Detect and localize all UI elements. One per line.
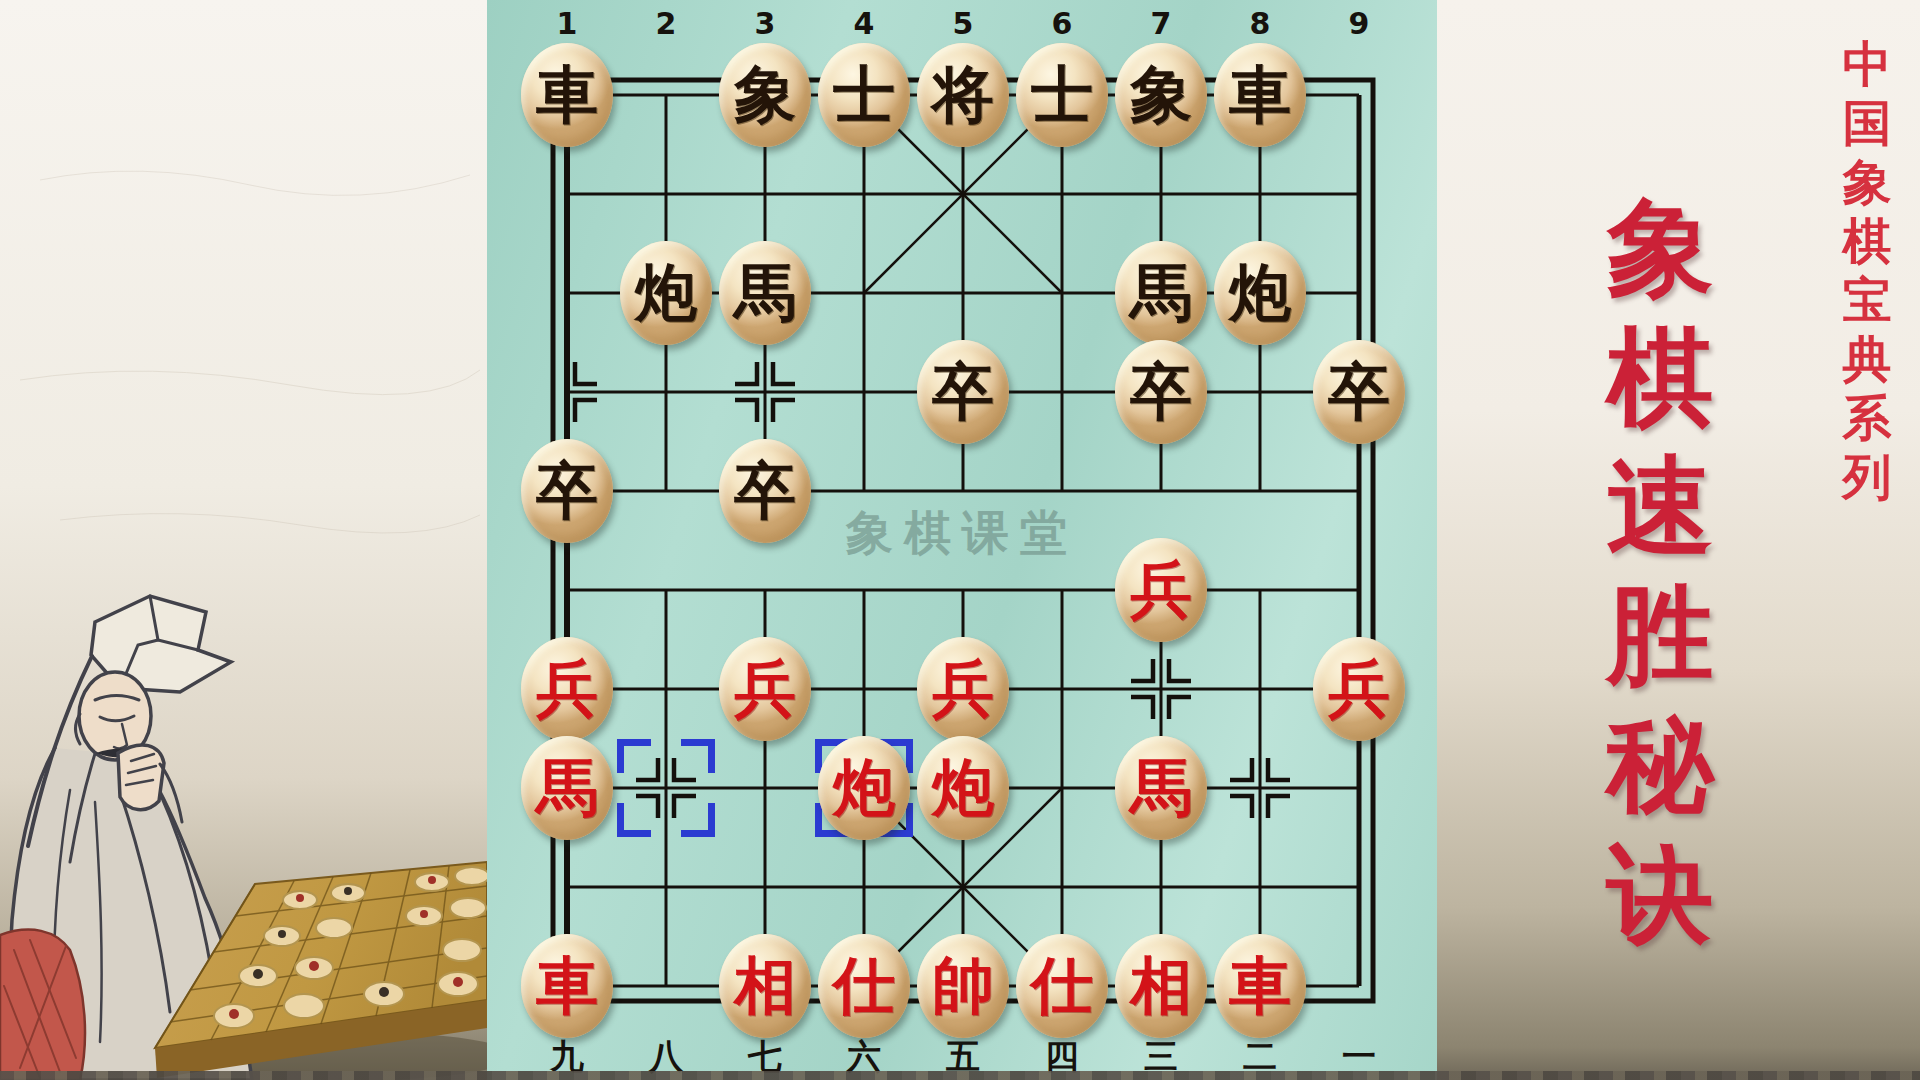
- piece-glyph: 馬: [734, 262, 796, 324]
- piece-black-卒-f1r5[interactable]: 卒: [521, 439, 613, 543]
- right-title-panel: 象棋速胜秘诀 中国象棋宝典系列: [1437, 0, 1920, 1080]
- series-title-char: 中: [1837, 35, 1897, 94]
- piece-glyph: 馬: [1130, 262, 1192, 324]
- piece-glyph: 兵: [536, 658, 598, 720]
- piece-glyph: 士: [1031, 64, 1093, 126]
- piece-red-相-f7r10[interactable]: 相: [1115, 934, 1207, 1038]
- series-title-char: 棋: [1837, 212, 1897, 271]
- piece-red-仕-f6r10[interactable]: 仕: [1016, 934, 1108, 1038]
- bottom-texture-strip: [0, 1071, 1920, 1080]
- piece-glyph: 卒: [1328, 361, 1390, 423]
- main-title-vertical: 象棋速胜秘诀: [1597, 185, 1723, 959]
- piece-red-馬-f7r8[interactable]: 馬: [1115, 736, 1207, 840]
- piece-black-士-f6r1[interactable]: 士: [1016, 43, 1108, 147]
- piece-glyph: 炮: [1229, 262, 1291, 324]
- piece-red-馬-f1r8[interactable]: 馬: [521, 736, 613, 840]
- piece-glyph: 兵: [932, 658, 994, 720]
- series-title-char: 典: [1837, 330, 1897, 389]
- series-title-char: 宝: [1837, 271, 1897, 330]
- piece-black-卒-f3r5[interactable]: 卒: [719, 439, 811, 543]
- piece-glyph: 卒: [932, 361, 994, 423]
- last-move-bracket-f2r8: [617, 739, 715, 837]
- piece-red-仕-f4r10[interactable]: 仕: [818, 934, 910, 1038]
- piece-glyph: 将: [932, 64, 994, 126]
- file-label-2: 2: [656, 6, 677, 41]
- series-title-char: 列: [1837, 448, 1897, 507]
- piece-glyph: 相: [734, 955, 796, 1017]
- file-label-8: 8: [1250, 6, 1271, 41]
- piece-black-士-f4r1[interactable]: 士: [818, 43, 910, 147]
- piece-glyph: 車: [536, 955, 598, 1017]
- file-label-9: 9: [1349, 6, 1370, 41]
- main-title-char: 秘: [1597, 701, 1723, 830]
- piece-red-車-f8r10[interactable]: 車: [1214, 934, 1306, 1038]
- piece-glyph: 仕: [833, 955, 895, 1017]
- file-label-5: 5: [953, 6, 974, 41]
- piece-black-卒-f5r4[interactable]: 卒: [917, 340, 1009, 444]
- file-label-7: 7: [1151, 6, 1172, 41]
- piece-black-車-f8r1[interactable]: 車: [1214, 43, 1306, 147]
- piece-glyph: 象: [1130, 64, 1192, 126]
- piece-glyph: 帥: [932, 955, 994, 1017]
- piece-red-兵-f3r7[interactable]: 兵: [719, 637, 811, 741]
- piece-red-兵-f7r6[interactable]: 兵: [1115, 538, 1207, 642]
- piece-glyph: 仕: [1031, 955, 1093, 1017]
- main-title-char: 象: [1597, 185, 1723, 314]
- piece-black-炮-f2r3[interactable]: 炮: [620, 241, 712, 345]
- piece-black-炮-f8r3[interactable]: 炮: [1214, 241, 1306, 345]
- main-title-char: 速: [1597, 443, 1723, 572]
- piece-black-卒-f9r4[interactable]: 卒: [1313, 340, 1405, 444]
- piece-black-将-f5r1[interactable]: 将: [917, 43, 1009, 147]
- piece-black-車-f1r1[interactable]: 車: [521, 43, 613, 147]
- xiangqi-board[interactable]: 象棋课堂 123456789 九八七六五四三二一 車象士将士象車炮馬馬炮卒卒卒卒…: [487, 0, 1437, 1080]
- piece-red-炮-f4r8[interactable]: 炮: [818, 736, 910, 840]
- piece-glyph: 卒: [536, 460, 598, 522]
- piece-glyph: 卒: [1130, 361, 1192, 423]
- piece-glyph: 車: [536, 64, 598, 126]
- piece-black-象-f7r1[interactable]: 象: [1115, 43, 1207, 147]
- series-title-char: 象: [1837, 153, 1897, 212]
- file-label-4: 4: [854, 6, 875, 41]
- piece-red-車-f1r10[interactable]: 車: [521, 934, 613, 1038]
- piece-red-兵-f9r7[interactable]: 兵: [1313, 637, 1405, 741]
- piece-glyph: 卒: [734, 460, 796, 522]
- main-title-char: 胜: [1597, 572, 1723, 701]
- piece-glyph: 炮: [635, 262, 697, 324]
- piece-glyph: 車: [1229, 955, 1291, 1017]
- piece-glyph: 車: [1229, 64, 1291, 126]
- piece-black-馬-f3r3[interactable]: 馬: [719, 241, 811, 345]
- series-title-char: 系: [1837, 389, 1897, 448]
- main-title-char: 棋: [1597, 314, 1723, 443]
- piece-glyph: 相: [1130, 955, 1192, 1017]
- left-illustration: [0, 0, 487, 1080]
- piece-glyph: 馬: [1130, 757, 1192, 819]
- piece-glyph: 馬: [536, 757, 598, 819]
- old-man-sketch-illustration: [0, 0, 487, 1080]
- file-label-6: 6: [1052, 6, 1073, 41]
- piece-glyph: 炮: [833, 757, 895, 819]
- piece-red-相-f3r10[interactable]: 相: [719, 934, 811, 1038]
- piece-glyph: 象: [734, 64, 796, 126]
- series-title-vertical: 中国象棋宝典系列: [1837, 35, 1897, 507]
- watermark-text: 象棋课堂: [846, 502, 1078, 565]
- series-title-char: 国: [1837, 94, 1897, 153]
- file-label-1: 1: [557, 6, 578, 41]
- piece-red-炮-f5r8[interactable]: 炮: [917, 736, 1009, 840]
- main-title-char: 诀: [1597, 830, 1723, 959]
- piece-red-帥-f5r10[interactable]: 帥: [917, 934, 1009, 1038]
- piece-red-兵-f1r7[interactable]: 兵: [521, 637, 613, 741]
- piece-red-兵-f5r7[interactable]: 兵: [917, 637, 1009, 741]
- piece-black-象-f3r1[interactable]: 象: [719, 43, 811, 147]
- piece-glyph: 兵: [1328, 658, 1390, 720]
- file-label-3: 3: [755, 6, 776, 41]
- piece-glyph: 兵: [1130, 559, 1192, 621]
- piece-glyph: 兵: [734, 658, 796, 720]
- piece-black-卒-f7r4[interactable]: 卒: [1115, 340, 1207, 444]
- piece-glyph: 炮: [932, 757, 994, 819]
- piece-black-馬-f7r3[interactable]: 馬: [1115, 241, 1207, 345]
- piece-glyph: 士: [833, 64, 895, 126]
- video-frame: { "game": "xiangqi (Chinese chess)", "po…: [0, 0, 1920, 1080]
